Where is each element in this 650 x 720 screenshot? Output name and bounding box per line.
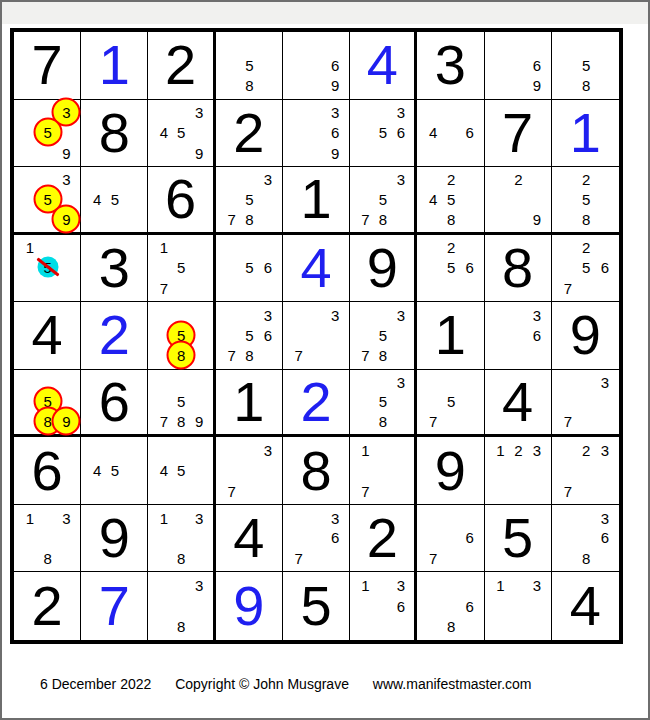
given-digit: 2	[165, 37, 196, 93]
candidate: 8	[379, 211, 387, 226]
candidate: 4	[160, 125, 168, 140]
candidate: 6	[264, 260, 272, 275]
cell-r8c5[interactable]: 367	[283, 505, 350, 573]
solved-digit: 2	[99, 307, 130, 363]
candidate: 8	[582, 78, 590, 93]
candidate: 3	[195, 105, 203, 120]
cell-r7c9[interactable]: 237	[552, 437, 619, 505]
candidate: 1	[361, 578, 369, 593]
candidate: 1	[160, 510, 168, 525]
given-digit: 4	[233, 510, 264, 566]
candidate: 6	[533, 57, 541, 72]
cell-r2c3[interactable]: 3459	[148, 100, 215, 168]
cell-r7c6[interactable]: 17	[350, 437, 417, 505]
candidate: 5	[177, 394, 185, 409]
candidate: 5	[447, 191, 455, 206]
candidate: 1	[26, 510, 34, 525]
footer: 6 December 2022 Copyright © John Musgrav…	[40, 676, 552, 692]
candidate: 6	[397, 598, 405, 613]
solved-digit: 9	[233, 578, 264, 634]
given-digit: 9	[570, 307, 601, 363]
cell-r6c7[interactable]: 57	[417, 370, 484, 438]
cell-r8c8[interactable]: 5	[485, 505, 552, 573]
cell-r1c4[interactable]: 58	[216, 32, 283, 100]
candidate: 3	[62, 510, 70, 525]
candidate: 3	[397, 105, 405, 120]
cell-r1c5[interactable]: 69	[283, 32, 350, 100]
cell-r2c4[interactable]: 2	[216, 100, 283, 168]
candidate: 9	[62, 145, 70, 160]
given-digit: 7	[32, 37, 63, 93]
cell-r3c3[interactable]: 6	[148, 167, 215, 235]
cell-r4c2[interactable]: 3	[81, 235, 148, 303]
given-digit: 1	[435, 307, 466, 363]
candidate: 7	[295, 348, 303, 363]
cell-r8c9[interactable]: 368	[552, 505, 619, 573]
cell-r1c7[interactable]: 3	[417, 32, 484, 100]
given-digit: 4	[570, 578, 601, 634]
given-digit: 8	[502, 240, 533, 296]
footer-copyright: Copyright © John Musgrave	[175, 676, 349, 692]
candidate: 7	[227, 348, 235, 363]
cell-r8c7[interactable]: 67	[417, 505, 484, 573]
candidate: 5	[111, 191, 119, 206]
cell-r6c5[interactable]: 2	[283, 370, 350, 438]
candidate: 9	[533, 211, 541, 226]
candidate: 1	[496, 578, 504, 593]
candidate: 2	[514, 172, 522, 187]
given-digit: 1	[300, 171, 331, 227]
given-digit: 5	[502, 510, 533, 566]
cell-r3c9[interactable]: 258	[552, 167, 619, 235]
cell-r5c5[interactable]: 37	[283, 302, 350, 370]
cell-r6c2[interactable]: 6	[81, 370, 148, 438]
given-digit: 9	[99, 510, 130, 566]
given-digit: 4	[32, 307, 63, 363]
candidate: 6	[465, 530, 473, 545]
candidate: 6	[465, 260, 473, 275]
given-digit: 8	[99, 105, 130, 161]
candidate: 4	[429, 125, 437, 140]
candidate: 4	[93, 462, 101, 477]
candidate: 6	[601, 530, 609, 545]
cell-r8c4[interactable]: 4	[216, 505, 283, 573]
candidate: 6	[465, 125, 473, 140]
candidate: 4	[93, 191, 101, 206]
cell-r5c6[interactable]: 3578	[350, 302, 417, 370]
candidate: 3	[601, 510, 609, 525]
candidate: 7	[160, 280, 168, 295]
candidate: 8	[177, 619, 185, 634]
candidate: 5	[177, 125, 185, 140]
cell-r3c2[interactable]: 45	[81, 167, 148, 235]
candidate: 3	[533, 578, 541, 593]
candidate: 3	[601, 375, 609, 390]
cell-r7c1[interactable]: 6	[14, 437, 81, 505]
candidate: 9	[331, 78, 339, 93]
cell-r6c8[interactable]: 4	[485, 370, 552, 438]
candidate: 7	[227, 211, 235, 226]
given-digit: 3	[435, 37, 466, 93]
candidate: 3	[533, 442, 541, 457]
candidate: 8	[177, 414, 185, 429]
cell-r9c2[interactable]: 7	[81, 572, 148, 640]
candidate: 5	[245, 57, 253, 72]
cell-r3c1[interactable]: 359	[14, 167, 81, 235]
candidate: 7	[160, 414, 168, 429]
candidate: 3	[331, 307, 339, 322]
cell-r2c1[interactable]: 359	[14, 100, 81, 168]
candidate-highlighted: 8	[167, 341, 196, 370]
cell-r9c3[interactable]: 38	[148, 572, 215, 640]
candidate: 9	[331, 145, 339, 160]
candidate: 7	[361, 483, 369, 498]
cell-r8c3[interactable]: 138	[148, 505, 215, 573]
candidate: 8	[379, 348, 387, 363]
candidate: 7	[361, 348, 369, 363]
cell-r3c5[interactable]: 1	[283, 167, 350, 235]
candidate: 8	[379, 414, 387, 429]
candidate: 2	[582, 442, 590, 457]
candidate: 6	[465, 598, 473, 613]
cell-r9c5[interactable]: 5	[283, 572, 350, 640]
cell-r7c4[interactable]: 37	[216, 437, 283, 505]
given-digit: 4	[502, 374, 533, 430]
candidate: 5	[582, 57, 590, 72]
elimination-slash-icon	[36, 258, 59, 277]
cell-r3c4[interactable]: 3578	[216, 167, 283, 235]
cell-r2c6[interactable]: 356	[350, 100, 417, 168]
candidate: 3	[331, 105, 339, 120]
candidate: 1	[496, 442, 504, 457]
candidate: 7	[564, 414, 572, 429]
cell-r4c1[interactable]: 15	[14, 235, 81, 303]
cell-r2c2[interactable]: 8	[81, 100, 148, 168]
cell-r7c7[interactable]: 9	[417, 437, 484, 505]
cell-r3c7[interactable]: 2458	[417, 167, 484, 235]
candidate: 5	[245, 260, 253, 275]
cell-r1c6[interactable]: 4	[350, 32, 417, 100]
solved-digit: 4	[300, 240, 331, 296]
cell-r1c2[interactable]: 1	[81, 32, 148, 100]
cell-r7c3[interactable]: 45	[148, 437, 215, 505]
footer-website: www.manifestmaster.com	[373, 676, 532, 692]
candidate: 1	[160, 240, 168, 255]
given-digit: 5	[300, 578, 331, 634]
candidate: 7	[429, 551, 437, 566]
cell-r7c8[interactable]: 123	[485, 437, 552, 505]
candidate: 1	[26, 240, 34, 255]
candidate: 8	[447, 211, 455, 226]
solved-digit: 1	[570, 105, 601, 161]
candidate: 5	[177, 462, 185, 477]
candidate: 5	[379, 191, 387, 206]
given-digit: 9	[435, 443, 466, 499]
cell-r9c7[interactable]: 68	[417, 572, 484, 640]
candidate-highlighted: 5	[33, 118, 62, 147]
candidate: 2	[582, 240, 590, 255]
candidate: 8	[245, 211, 253, 226]
candidate: 7	[564, 280, 572, 295]
candidate: 6	[331, 125, 339, 140]
cell-r1c9[interactable]: 58	[552, 32, 619, 100]
solved-digit: 1	[99, 37, 130, 93]
given-digit: 2	[233, 105, 264, 161]
cell-r2c8[interactable]: 7	[485, 100, 552, 168]
candidate: 5	[447, 260, 455, 275]
cell-r1c1[interactable]: 7	[14, 32, 81, 100]
candidate: 1	[361, 442, 369, 457]
cell-r9c1[interactable]: 2	[14, 572, 81, 640]
solved-digit: 2	[300, 374, 331, 430]
candidate: 9	[533, 78, 541, 93]
candidate: 3	[533, 307, 541, 322]
candidate: 8	[177, 551, 185, 566]
given-digit: 6	[99, 374, 130, 430]
cell-r5c9[interactable]: 9	[552, 302, 619, 370]
candidate: 5	[245, 327, 253, 342]
given-digit: 3	[99, 240, 130, 296]
candidate: 4	[160, 462, 168, 477]
cell-r2c9[interactable]: 1	[552, 100, 619, 168]
cell-r9c6[interactable]: 136	[350, 572, 417, 640]
cell-r7c2[interactable]: 45	[81, 437, 148, 505]
cell-r5c1[interactable]: 4	[14, 302, 81, 370]
given-digit: 2	[367, 510, 398, 566]
cell-r9c4[interactable]: 9	[216, 572, 283, 640]
solved-digit: 7	[99, 578, 130, 634]
candidate: 7	[295, 551, 303, 566]
cell-r3c6[interactable]: 3578	[350, 167, 417, 235]
cell-r4c7[interactable]: 256	[417, 235, 484, 303]
given-digit: 7	[502, 105, 533, 161]
candidate: 7	[227, 483, 235, 498]
cell-r8c2[interactable]: 9	[81, 505, 148, 573]
candidate: 8	[582, 551, 590, 566]
candidate: 6	[264, 327, 272, 342]
candidate: 5	[177, 260, 185, 275]
cell-r4c6[interactable]: 9	[350, 235, 417, 303]
given-digit: 1	[233, 374, 264, 430]
candidate: 8	[44, 551, 52, 566]
candidate: 5	[447, 394, 455, 409]
candidate: 5	[111, 462, 119, 477]
solved-digit: 4	[367, 37, 398, 93]
given-digit: 9	[367, 240, 398, 296]
candidate: 9	[195, 414, 203, 429]
candidate: 3	[397, 172, 405, 187]
candidate: 6	[331, 57, 339, 72]
cell-r2c5[interactable]: 369	[283, 100, 350, 168]
cell-r9c9[interactable]: 4	[552, 572, 619, 640]
cell-r6c6[interactable]: 358	[350, 370, 417, 438]
cell-r6c9[interactable]: 37	[552, 370, 619, 438]
cell-r5c3[interactable]: 58	[148, 302, 215, 370]
cell-r6c3[interactable]: 5789	[148, 370, 215, 438]
given-digit: 6	[32, 443, 63, 499]
cell-r4c8[interactable]: 8	[485, 235, 552, 303]
cell-r9c8[interactable]: 13	[485, 572, 552, 640]
candidate: 3	[264, 172, 272, 187]
candidate-eliminated: 5	[37, 257, 58, 278]
candidate: 8	[245, 348, 253, 363]
cell-r3c8[interactable]: 29	[485, 167, 552, 235]
candidate: 3	[601, 442, 609, 457]
candidate: 5	[245, 191, 253, 206]
candidate: 6	[397, 125, 405, 140]
candidate: 5	[582, 191, 590, 206]
cell-r4c9[interactable]: 2567	[552, 235, 619, 303]
candidate: 3	[331, 510, 339, 525]
candidate: 3	[397, 375, 405, 390]
cell-r4c4[interactable]: 56	[216, 235, 283, 303]
candidate: 6	[601, 260, 609, 275]
candidate: 7	[429, 414, 437, 429]
candidate: 3	[264, 307, 272, 322]
candidate: 2	[514, 442, 522, 457]
cell-r5c7[interactable]: 1	[417, 302, 484, 370]
candidate: 2	[447, 172, 455, 187]
candidate: 9	[195, 145, 203, 160]
candidate: 5	[582, 260, 590, 275]
candidate: 2	[447, 240, 455, 255]
candidate: 8	[245, 78, 253, 93]
cell-r2c7[interactable]: 46	[417, 100, 484, 168]
candidate: 5	[379, 125, 387, 140]
given-digit: 2	[32, 578, 63, 634]
candidate: 3	[195, 510, 203, 525]
candidate: 3	[397, 307, 405, 322]
candidate: 6	[533, 327, 541, 342]
candidate: 4	[429, 191, 437, 206]
cell-r6c1[interactable]: 589	[14, 370, 81, 438]
cell-r4c3[interactable]: 157	[148, 235, 215, 303]
cell-r4c5[interactable]: 4	[283, 235, 350, 303]
candidate: 7	[564, 483, 572, 498]
top-strip	[0, 0, 650, 24]
candidate: 5	[379, 394, 387, 409]
candidate-highlighted: 9	[52, 204, 81, 233]
cell-r6c4[interactable]: 1	[216, 370, 283, 438]
sudoku-grid: 7125869436958359834592369356467135945635…	[10, 28, 623, 644]
given-digit: 8	[300, 443, 331, 499]
candidate: 2	[582, 172, 590, 187]
footer-date: 6 December 2022	[40, 676, 151, 692]
candidate: 3	[62, 172, 70, 187]
cell-r7c5[interactable]: 8	[283, 437, 350, 505]
candidate-highlighted: 9	[52, 407, 81, 436]
cell-r5c4[interactable]: 35678	[216, 302, 283, 370]
candidate: 7	[361, 211, 369, 226]
cell-r1c8[interactable]: 69	[485, 32, 552, 100]
cell-r5c8[interactable]: 36	[485, 302, 552, 370]
candidate: 8	[582, 211, 590, 226]
cell-r8c1[interactable]: 138	[14, 505, 81, 573]
given-digit: 6	[165, 171, 196, 227]
candidate: 3	[264, 442, 272, 457]
cell-r8c6[interactable]: 2	[350, 505, 417, 573]
candidate: 3	[397, 578, 405, 593]
candidate: 5	[379, 327, 387, 342]
candidate: 6	[331, 530, 339, 545]
cell-r5c2[interactable]: 2	[81, 302, 148, 370]
candidate: 3	[195, 578, 203, 593]
cell-r1c3[interactable]: 2	[148, 32, 215, 100]
candidate: 8	[447, 619, 455, 634]
